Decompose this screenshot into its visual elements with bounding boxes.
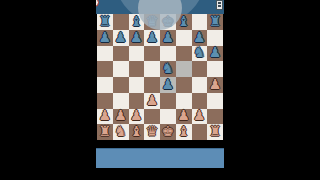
square-e1[interactable]: ♚ — [160, 124, 176, 140]
square-e7[interactable]: ♟ — [160, 30, 176, 46]
square-a3[interactable] — [97, 93, 113, 109]
square-d6[interactable] — [144, 46, 160, 62]
square-b4[interactable] — [113, 77, 129, 93]
piece-white-pawn: ♟ — [177, 108, 190, 122]
square-b2[interactable]: ♟ — [113, 109, 129, 125]
square-f4[interactable] — [176, 77, 192, 93]
piece-black-pawn: ♟ — [162, 30, 175, 44]
piece-white-pawn: ♟ — [130, 108, 143, 122]
piece-white-rook: ♜ — [209, 124, 222, 138]
square-f6[interactable] — [176, 46, 192, 62]
bottom-bar — [96, 148, 224, 168]
square-a6[interactable] — [97, 46, 113, 62]
square-g4[interactable] — [192, 77, 208, 93]
square-h2[interactable] — [207, 109, 223, 125]
square-a7[interactable]: ♟ — [97, 30, 113, 46]
square-e4[interactable]: ♟ — [160, 77, 176, 93]
square-h7[interactable] — [207, 30, 223, 46]
square-c6[interactable] — [129, 46, 145, 62]
letterbox-background: ♜♝♛♚♝♜♟♟♟♟♟♟♞♟♞♟♟♟♟♟♟♟♟♜♞♝♛♚♝♜ — [0, 0, 320, 180]
app-screen: ♜♝♛♚♝♜♟♟♟♟♟♟♞♟♞♟♟♟♟♟♟♟♟♜♞♝♛♚♝♜ — [96, 0, 224, 180]
piece-white-pawn: ♟ — [99, 108, 112, 122]
piece-white-pawn: ♟ — [209, 77, 222, 91]
piece-black-rook: ♜ — [99, 14, 112, 28]
chess-board: ♜♝♛♚♝♜♟♟♟♟♟♟♞♟♞♟♟♟♟♟♟♟♟♜♞♝♛♚♝♜ — [97, 14, 223, 140]
square-e6[interactable] — [160, 46, 176, 62]
square-c5[interactable] — [129, 61, 145, 77]
piece-white-bishop: ♝ — [177, 124, 190, 138]
square-f7[interactable] — [176, 30, 192, 46]
square-b8[interactable] — [113, 14, 129, 30]
square-c4[interactable] — [129, 77, 145, 93]
square-a2[interactable]: ♟ — [97, 109, 113, 125]
square-b6[interactable] — [113, 46, 129, 62]
square-h4[interactable]: ♟ — [207, 77, 223, 93]
square-a8[interactable]: ♜ — [97, 14, 113, 30]
square-g2[interactable]: ♟ — [192, 109, 208, 125]
square-h8[interactable]: ♜ — [207, 14, 223, 30]
square-g6[interactable]: ♞ — [192, 46, 208, 62]
square-d5[interactable] — [144, 61, 160, 77]
square-d1[interactable]: ♛ — [144, 124, 160, 140]
square-a1[interactable]: ♜ — [97, 124, 113, 140]
square-f3[interactable] — [176, 93, 192, 109]
square-a4[interactable] — [97, 77, 113, 93]
square-c2[interactable]: ♟ — [129, 109, 145, 125]
square-b1[interactable]: ♞ — [113, 124, 129, 140]
square-g5[interactable] — [192, 61, 208, 77]
square-h1[interactable]: ♜ — [207, 124, 223, 140]
piece-white-pawn: ♟ — [193, 108, 206, 122]
square-g7[interactable]: ♟ — [192, 30, 208, 46]
piece-white-pawn: ♟ — [114, 108, 127, 122]
square-g3[interactable] — [192, 93, 208, 109]
piece-black-pawn: ♟ — [209, 45, 222, 59]
square-e2[interactable] — [160, 109, 176, 125]
square-f1[interactable]: ♝ — [176, 124, 192, 140]
square-f5[interactable] — [176, 61, 192, 77]
square-d7[interactable]: ♟ — [144, 30, 160, 46]
square-h6[interactable]: ♟ — [207, 46, 223, 62]
square-c3[interactable] — [129, 93, 145, 109]
piece-white-queen: ♛ — [146, 124, 159, 138]
square-e5[interactable]: ♞ — [160, 61, 176, 77]
indicator-icon — [216, 0, 223, 10]
piece-black-pawn: ♟ — [146, 30, 159, 44]
square-c1[interactable]: ♝ — [129, 124, 145, 140]
piece-black-pawn: ♟ — [193, 30, 206, 44]
piece-black-pawn: ♟ — [114, 30, 127, 44]
piece-black-knight: ♞ — [162, 61, 175, 75]
square-c7[interactable]: ♟ — [129, 30, 145, 46]
piece-black-pawn: ♟ — [99, 30, 112, 44]
square-d4[interactable] — [144, 77, 160, 93]
square-b3[interactable] — [113, 93, 129, 109]
square-b5[interactable] — [113, 61, 129, 77]
square-g1[interactable] — [192, 124, 208, 140]
square-e3[interactable] — [160, 93, 176, 109]
piece-black-pawn: ♟ — [130, 30, 143, 44]
piece-black-rook: ♜ — [209, 14, 222, 28]
piece-white-pawn: ♟ — [146, 93, 159, 107]
piece-black-knight: ♞ — [193, 45, 206, 59]
square-b7[interactable]: ♟ — [113, 30, 129, 46]
square-a5[interactable] — [97, 61, 113, 77]
piece-white-knight: ♞ — [114, 124, 127, 138]
piece-white-bishop: ♝ — [130, 124, 143, 138]
piece-white-king: ♚ — [162, 124, 175, 138]
square-d3[interactable]: ♟ — [144, 93, 160, 109]
square-h3[interactable] — [207, 93, 223, 109]
square-h5[interactable] — [207, 61, 223, 77]
square-d2[interactable] — [144, 109, 160, 125]
piece-white-rook: ♜ — [99, 124, 112, 138]
piece-black-pawn: ♟ — [162, 77, 175, 91]
square-f2[interactable]: ♟ — [176, 109, 192, 125]
square-g8[interactable] — [192, 14, 208, 30]
